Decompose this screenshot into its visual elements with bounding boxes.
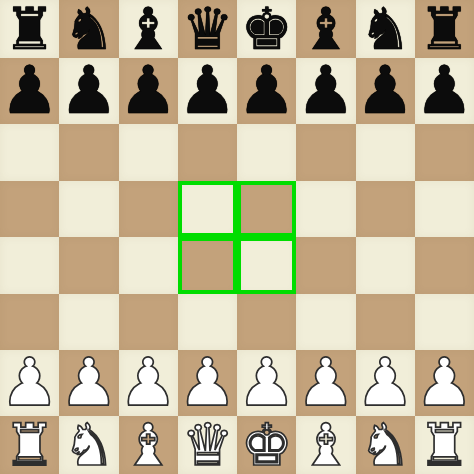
black-rook-piece[interactable]: ♜ [4,0,56,58]
square-b6[interactable] [59,124,118,181]
square-f4[interactable] [296,237,355,294]
square-b4[interactable] [59,237,118,294]
square-d2[interactable]: ♟ [178,350,237,416]
square-f7[interactable]: ♟ [296,58,355,124]
black-queen-piece[interactable]: ♛ [181,0,233,58]
square-c1[interactable]: ♝ [119,416,178,474]
square-e3[interactable] [237,294,296,351]
white-queen-piece[interactable]: ♛ [181,416,233,474]
square-d3[interactable] [178,294,237,351]
white-pawn-piece[interactable]: ♟ [178,350,237,416]
square-g8[interactable]: ♞ [356,0,415,58]
square-f2[interactable]: ♟ [296,350,355,416]
square-a8[interactable]: ♜ [0,0,59,58]
square-f5[interactable] [296,181,355,238]
square-h1[interactable]: ♜ [415,416,474,474]
black-pawn-piece[interactable]: ♟ [415,58,474,124]
white-bishop-piece[interactable]: ♝ [122,416,174,474]
square-h3[interactable] [415,294,474,351]
square-h2[interactable]: ♟ [415,350,474,416]
square-c8[interactable]: ♝ [119,0,178,58]
square-d8[interactable]: ♛ [178,0,237,58]
square-b3[interactable] [59,294,118,351]
square-c3[interactable] [119,294,178,351]
square-a6[interactable] [0,124,59,181]
square-e5[interactable] [237,181,296,238]
black-pawn-piece[interactable]: ♟ [296,58,355,124]
white-knight-piece[interactable]: ♞ [63,416,115,474]
white-pawn-piece[interactable]: ♟ [296,350,355,416]
black-bishop-piece[interactable]: ♝ [122,0,174,58]
square-c2[interactable]: ♟ [119,350,178,416]
board-container: ♜♞♝♛♚♝♞♜♟♟♟♟♟♟♟♟♟♟♟♟♟♟♟♟♜♞♝♛♚♝♞♜ [0,0,474,474]
square-c5[interactable] [119,181,178,238]
square-g1[interactable]: ♞ [356,416,415,474]
white-pawn-piece[interactable]: ♟ [0,350,59,416]
square-g4[interactable] [356,237,415,294]
square-g7[interactable]: ♟ [356,58,415,124]
square-h6[interactable] [415,124,474,181]
square-a1[interactable]: ♜ [0,416,59,474]
square-g6[interactable] [356,124,415,181]
square-h4[interactable] [415,237,474,294]
square-a2[interactable]: ♟ [0,350,59,416]
chess-board: ♜♞♝♛♚♝♞♜♟♟♟♟♟♟♟♟♟♟♟♟♟♟♟♟♜♞♝♛♚♝♞♜ [0,0,474,474]
black-pawn-piece[interactable]: ♟ [59,58,118,124]
square-a3[interactable] [0,294,59,351]
square-e1[interactable]: ♚ [237,416,296,474]
white-bishop-piece[interactable]: ♝ [300,416,352,474]
white-pawn-piece[interactable]: ♟ [415,350,474,416]
square-e4[interactable] [237,237,296,294]
black-bishop-piece[interactable]: ♝ [300,0,352,58]
white-pawn-piece[interactable]: ♟ [59,350,118,416]
square-h7[interactable]: ♟ [415,58,474,124]
square-f3[interactable] [296,294,355,351]
square-c6[interactable] [119,124,178,181]
square-a7[interactable]: ♟ [0,58,59,124]
square-g3[interactable] [356,294,415,351]
white-pawn-piece[interactable]: ♟ [119,350,178,416]
square-c7[interactable]: ♟ [119,58,178,124]
square-b7[interactable]: ♟ [59,58,118,124]
black-pawn-piece[interactable]: ♟ [237,58,296,124]
white-knight-piece[interactable]: ♞ [359,416,411,474]
black-pawn-piece[interactable]: ♟ [119,58,178,124]
square-e8[interactable]: ♚ [237,0,296,58]
square-a4[interactable] [0,237,59,294]
square-b1[interactable]: ♞ [59,416,118,474]
square-e2[interactable]: ♟ [237,350,296,416]
square-g2[interactable]: ♟ [356,350,415,416]
white-king-piece[interactable]: ♚ [241,416,293,474]
square-d1[interactable]: ♛ [178,416,237,474]
white-pawn-piece[interactable]: ♟ [237,350,296,416]
square-a5[interactable] [0,181,59,238]
black-knight-piece[interactable]: ♞ [359,0,411,58]
square-b5[interactable] [59,181,118,238]
square-d5[interactable] [178,181,237,238]
square-b2[interactable]: ♟ [59,350,118,416]
black-rook-piece[interactable]: ♜ [418,0,470,58]
black-pawn-piece[interactable]: ♟ [356,58,415,124]
square-e6[interactable] [237,124,296,181]
square-h8[interactable]: ♜ [415,0,474,58]
square-f8[interactable]: ♝ [296,0,355,58]
square-d7[interactable]: ♟ [178,58,237,124]
black-pawn-piece[interactable]: ♟ [0,58,59,124]
square-d4[interactable] [178,237,237,294]
square-e7[interactable]: ♟ [237,58,296,124]
square-g5[interactable] [356,181,415,238]
white-pawn-piece[interactable]: ♟ [356,350,415,416]
black-pawn-piece[interactable]: ♟ [178,58,237,124]
square-f6[interactable] [296,124,355,181]
square-b8[interactable]: ♞ [59,0,118,58]
square-d6[interactable] [178,124,237,181]
square-h5[interactable] [415,181,474,238]
black-knight-piece[interactable]: ♞ [63,0,115,58]
white-rook-piece[interactable]: ♜ [4,416,56,474]
white-rook-piece[interactable]: ♜ [418,416,470,474]
square-c4[interactable] [119,237,178,294]
square-f1[interactable]: ♝ [296,416,355,474]
black-king-piece[interactable]: ♚ [241,0,293,58]
